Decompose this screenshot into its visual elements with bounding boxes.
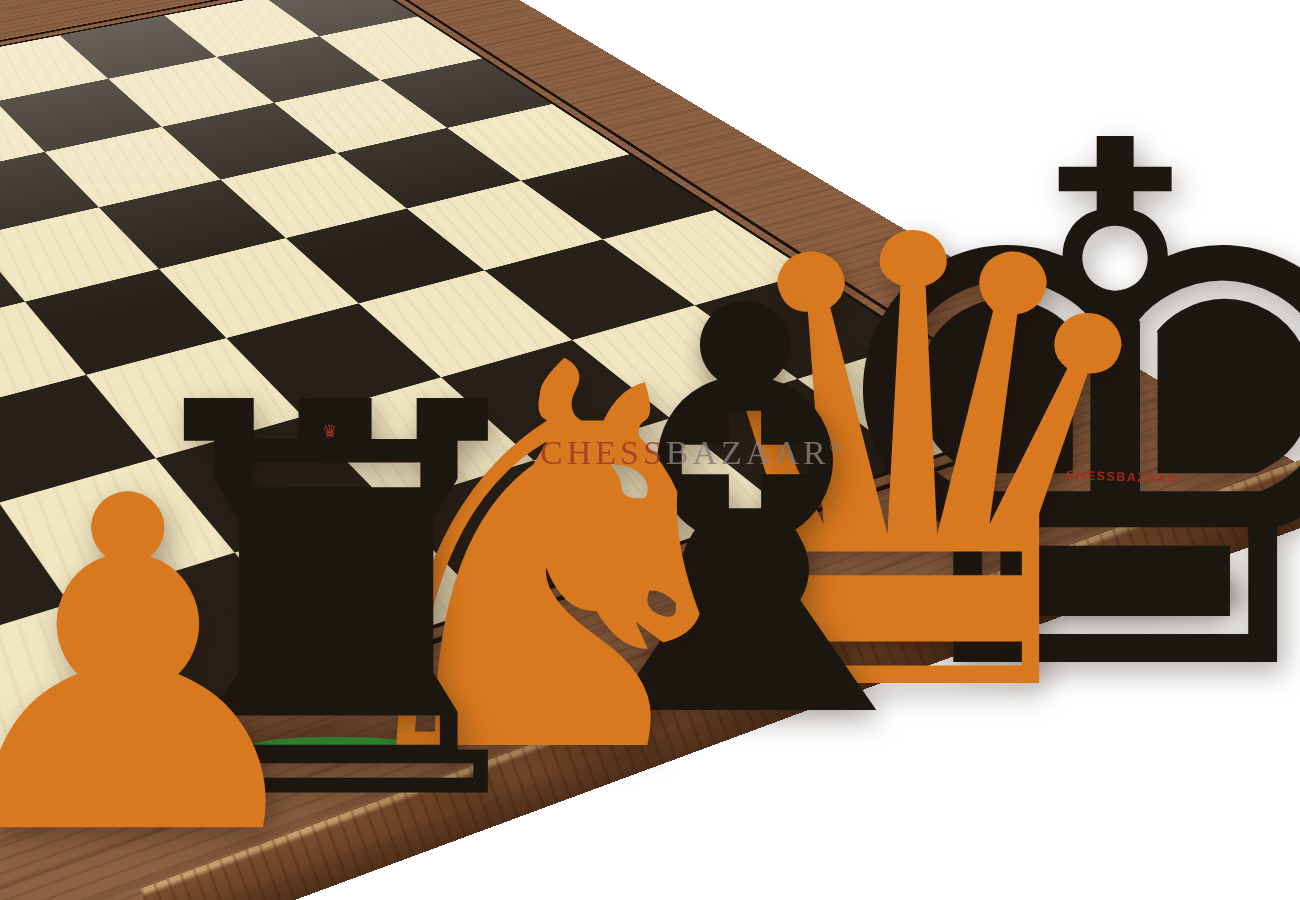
white-pawn: ♟	[0, 438, 334, 898]
watermark-chess: CHESS	[540, 434, 666, 471]
registered-trademark-icon: ®	[830, 439, 841, 455]
white-pawn-glyph: ♟	[0, 438, 334, 898]
watermark-bazaar: BAZAAR	[666, 434, 830, 471]
chessbazaar-watermark: CHESSBAZAAR®	[540, 434, 841, 472]
chess-set-photo: ♟ ♜ ♞ ♝ ♛ ♚ ♛ CHESSBAZAAR CHESSBAZAAR®	[0, 0, 1300, 900]
rook-crown-stamp: ♛	[321, 420, 339, 442]
